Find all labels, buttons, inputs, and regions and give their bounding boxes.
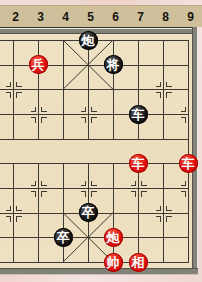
piece-black-soldier[interactable]: 卒: [54, 228, 73, 247]
xiangqi-game-window: 23456789 炮兵将车车车卒卒炮帅相: [0, 0, 202, 282]
piece-black-chariot[interactable]: 车: [129, 105, 148, 124]
piece-red-soldier[interactable]: 兵: [29, 55, 48, 74]
piece-black-general[interactable]: 将: [104, 55, 123, 74]
piece-black-cannon[interactable]: 炮: [79, 31, 98, 50]
piece-red-elephant[interactable]: 相: [129, 253, 148, 272]
piece-black-soldier[interactable]: 卒: [79, 203, 98, 222]
piece-red-cannon[interactable]: 炮: [104, 228, 123, 247]
piece-red-chariot[interactable]: 车: [129, 154, 148, 173]
piece-red-general[interactable]: 帅: [104, 253, 123, 272]
board-grid-lines: [0, 0, 202, 282]
piece-red-chariot[interactable]: 车: [179, 154, 198, 173]
